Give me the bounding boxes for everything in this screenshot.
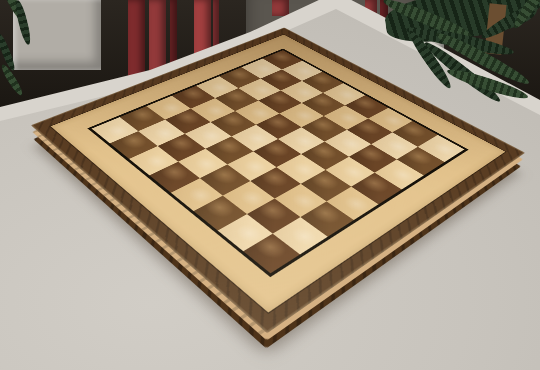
- photo-scene: [0, 0, 540, 370]
- plant-right: [385, 0, 540, 132]
- red-bar: [272, 0, 289, 16]
- leaf-icon: [13, 0, 33, 46]
